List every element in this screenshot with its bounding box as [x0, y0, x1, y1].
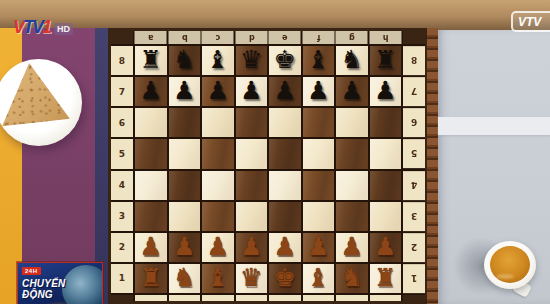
- piece-black-bishop: ♝: [207, 47, 229, 72]
- bottom-edge-e: [269, 295, 301, 301]
- square-c6: [202, 108, 234, 137]
- square-h1: ♜: [370, 264, 402, 293]
- bottom-edge-b: [169, 295, 201, 301]
- square-g8: ♞: [336, 46, 368, 75]
- square-a8: ♜: [135, 46, 167, 75]
- square-b8: ♞: [169, 46, 201, 75]
- rank-label-left-6: 6: [111, 108, 133, 137]
- vtv1-logo: VTV1HD: [13, 19, 73, 35]
- piece-white-pawn: ♟: [140, 234, 162, 259]
- square-a4: [135, 171, 167, 200]
- piece-black-pawn: ♟: [374, 78, 396, 103]
- square-b5: [169, 139, 201, 168]
- board-corner-bottom-left: [111, 295, 133, 301]
- square-h3: [370, 202, 402, 231]
- show-badge: 24H CHUYỂN ĐỘNG: [17, 262, 103, 304]
- square-f7: ♟: [303, 77, 335, 106]
- file-label-b: b: [169, 31, 201, 44]
- square-c3: [202, 202, 234, 231]
- piece-black-knight: ♞: [341, 47, 363, 72]
- piece-white-pawn: ♟: [240, 234, 262, 259]
- bread-slice: [0, 60, 76, 140]
- square-g1: ♞: [336, 264, 368, 293]
- piece-black-bishop: ♝: [307, 47, 329, 72]
- square-e8: ♚: [269, 46, 301, 75]
- piece-white-knight: ♞: [341, 265, 363, 290]
- square-f5: [303, 139, 335, 168]
- square-g4: [336, 171, 368, 200]
- file-label-f: f: [303, 31, 335, 44]
- piece-white-bishop: ♝: [307, 265, 329, 290]
- square-g3: [336, 202, 368, 231]
- piece-black-rook: ♜: [140, 47, 162, 72]
- square-c2: ♟: [202, 233, 234, 262]
- bottom-edge-c: [202, 295, 234, 301]
- square-f8: ♝: [303, 46, 335, 75]
- piece-white-queen: ♛: [240, 265, 262, 290]
- rank-label-right-3: 3: [403, 202, 425, 231]
- tv-frame: 24H CHUYỂN ĐỘNG abcdefgh8♜♞♝♛♚♝♞♜87♟♟♟♟♟…: [0, 0, 550, 304]
- bottom-edge-h: [370, 295, 402, 301]
- square-g7: ♟: [336, 77, 368, 106]
- bottom-edge-d: [236, 295, 268, 301]
- square-e5: [269, 139, 301, 168]
- table-runner: [438, 30, 550, 304]
- piece-black-pawn: ♟: [173, 78, 195, 103]
- square-e7: ♟: [269, 77, 301, 106]
- piece-black-king: ♚: [274, 47, 296, 72]
- table-planks: [427, 28, 438, 304]
- square-b2: ♟: [169, 233, 201, 262]
- rank-label-left-5: 5: [111, 139, 133, 168]
- square-a2: ♟: [135, 233, 167, 262]
- badge-title-line1: CHUYỂN: [22, 278, 65, 289]
- square-c4: [202, 171, 234, 200]
- board-corner-bottom-right: [403, 295, 425, 301]
- file-label-d: d: [236, 31, 268, 44]
- badge-title-line2: ĐỘNG: [22, 289, 65, 300]
- rank-label-left-8: 8: [111, 46, 133, 75]
- file-label-g: g: [336, 31, 368, 44]
- piece-white-pawn: ♟: [307, 234, 329, 259]
- piece-black-knight: ♞: [173, 47, 195, 72]
- tea-cup: [484, 241, 536, 289]
- square-a3: [135, 202, 167, 231]
- logo-letter-v: V: [32, 19, 42, 35]
- square-c8: ♝: [202, 46, 234, 75]
- square-f2: ♟: [303, 233, 335, 262]
- square-b3: [169, 202, 201, 231]
- piece-white-pawn: ♟: [173, 234, 195, 259]
- logo-letter-1: 1: [42, 19, 50, 35]
- bottom-edge-a: [135, 295, 167, 301]
- piece-white-king: ♚: [274, 265, 296, 290]
- logo-letter-v: V: [13, 19, 23, 35]
- rank-label-left-2: 2: [111, 233, 133, 262]
- board-corner-top-right: [403, 31, 425, 44]
- bottom-edge-f: [303, 295, 335, 301]
- square-d4: [236, 171, 268, 200]
- square-b4: [169, 171, 201, 200]
- piece-white-pawn: ♟: [274, 234, 296, 259]
- square-d8: ♛: [236, 46, 268, 75]
- square-g5: [336, 139, 368, 168]
- square-f6: [303, 108, 335, 137]
- rank-label-right-5: 5: [403, 139, 425, 168]
- logo-letter-t: T: [23, 19, 32, 35]
- piece-white-pawn: ♟: [341, 234, 363, 259]
- square-h8: ♜: [370, 46, 402, 75]
- piece-black-pawn: ♟: [307, 78, 329, 103]
- rank-label-right-7: 7: [403, 77, 425, 106]
- square-e1: ♚: [269, 264, 301, 293]
- square-h5: [370, 139, 402, 168]
- file-label-h: h: [370, 31, 402, 44]
- piece-white-pawn: ♟: [207, 234, 229, 259]
- square-d1: ♛: [236, 264, 268, 293]
- square-c5: [202, 139, 234, 168]
- piece-white-pawn: ♟: [374, 234, 396, 259]
- square-a5: [135, 139, 167, 168]
- bottom-edge-g: [336, 295, 368, 301]
- chess-board: abcdefgh8♜♞♝♛♚♝♞♜87♟♟♟♟♟♟♟♟7665544332♟♟♟…: [108, 28, 428, 304]
- piece-black-pawn: ♟: [341, 78, 363, 103]
- square-d7: ♟: [236, 77, 268, 106]
- piece-white-knight: ♞: [173, 265, 195, 290]
- piece-white-bishop: ♝: [207, 265, 229, 290]
- square-d6: [236, 108, 268, 137]
- rank-label-right-1: 1: [403, 264, 425, 293]
- square-e2: ♟: [269, 233, 301, 262]
- square-f3: [303, 202, 335, 231]
- square-g6: [336, 108, 368, 137]
- chess-board-grid: abcdefgh8♜♞♝♛♚♝♞♜87♟♟♟♟♟♟♟♟7665544332♟♟♟…: [111, 31, 425, 301]
- square-c1: ♝: [202, 264, 234, 293]
- file-label-e: e: [269, 31, 301, 44]
- square-b7: ♟: [169, 77, 201, 106]
- piece-white-rook: ♜: [374, 265, 396, 290]
- rank-label-right-2: 2: [403, 233, 425, 262]
- rank-label-left-4: 4: [111, 171, 133, 200]
- square-b6: [169, 108, 201, 137]
- badge-title: CHUYỂN ĐỘNG: [22, 278, 65, 300]
- piece-black-pawn: ♟: [140, 78, 162, 103]
- square-h7: ♟: [370, 77, 402, 106]
- square-b1: ♞: [169, 264, 201, 293]
- square-f1: ♝: [303, 264, 335, 293]
- piece-black-pawn: ♟: [240, 78, 262, 103]
- piece-black-rook: ♜: [374, 47, 396, 72]
- square-d2: ♟: [236, 233, 268, 262]
- piece-black-pawn: ♟: [274, 78, 296, 103]
- rank-label-right-6: 6: [403, 108, 425, 137]
- square-d3: [236, 202, 268, 231]
- piece-black-queen: ♛: [240, 47, 262, 72]
- square-c7: ♟: [202, 77, 234, 106]
- square-h6: [370, 108, 402, 137]
- board-corner-top-left: [111, 31, 133, 44]
- square-a7: ♟: [135, 77, 167, 106]
- file-label-c: c: [202, 31, 234, 44]
- piece-white-rook: ♜: [140, 265, 162, 290]
- rank-label-left-3: 3: [111, 202, 133, 231]
- runner-stripe: [438, 117, 550, 135]
- hd-badge: HD: [54, 23, 73, 35]
- rank-label-right-4: 4: [403, 171, 425, 200]
- square-e3: [269, 202, 301, 231]
- square-f4: [303, 171, 335, 200]
- square-e4: [269, 171, 301, 200]
- badge-tag: 24H: [22, 267, 41, 275]
- square-h2: ♟: [370, 233, 402, 262]
- rank-label-left-1: 1: [111, 264, 133, 293]
- vtv-watermark: VTV: [511, 11, 550, 32]
- square-e6: [269, 108, 301, 137]
- square-a1: ♜: [135, 264, 167, 293]
- piece-black-pawn: ♟: [207, 78, 229, 103]
- square-g2: ♟: [336, 233, 368, 262]
- rank-label-left-7: 7: [111, 77, 133, 106]
- square-d5: [236, 139, 268, 168]
- square-a6: [135, 108, 167, 137]
- rank-label-right-8: 8: [403, 46, 425, 75]
- tea-surface: [490, 246, 530, 283]
- file-label-a: a: [135, 31, 167, 44]
- globe-graphic: [62, 265, 103, 304]
- square-h4: [370, 171, 402, 200]
